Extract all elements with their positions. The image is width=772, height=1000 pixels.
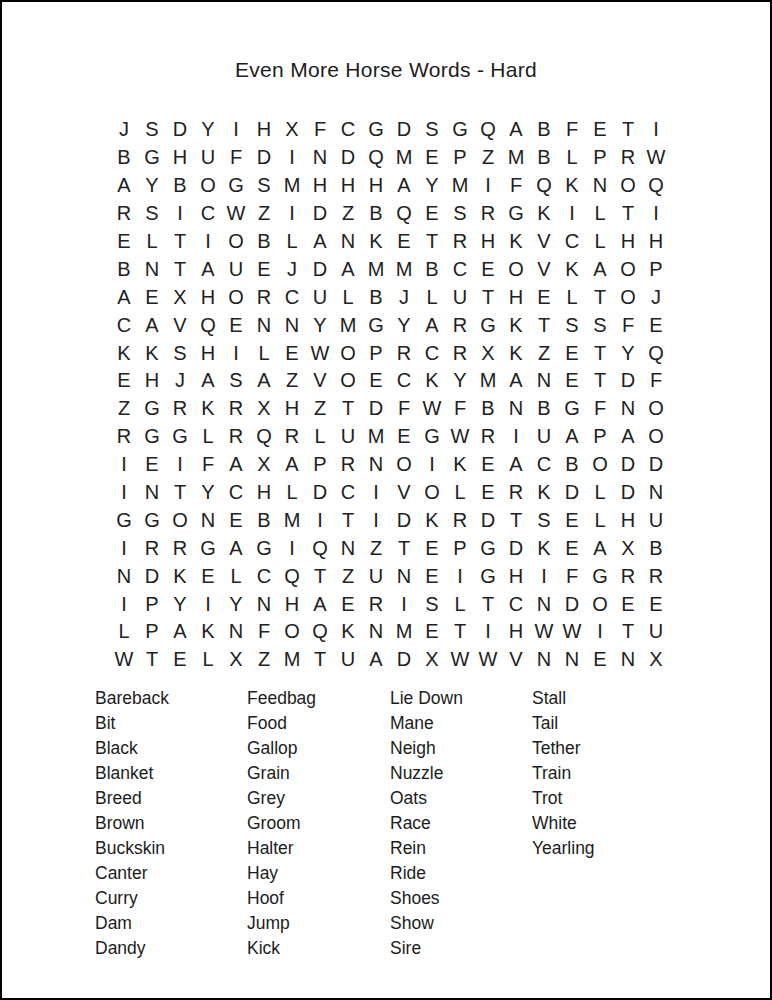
grid-cell: U: [642, 618, 670, 646]
grid-cell: U: [306, 283, 334, 311]
grid-cell: N: [138, 479, 166, 507]
grid-cell: X: [166, 283, 194, 311]
grid-cell: N: [278, 311, 306, 339]
grid-cell: M: [334, 311, 362, 339]
grid-cell: I: [362, 506, 390, 534]
grid-cell: I: [502, 423, 530, 451]
grid-cell: I: [586, 618, 614, 646]
grid-cell: U: [194, 144, 222, 172]
grid-cell: I: [474, 618, 502, 646]
grid-cell: O: [166, 506, 194, 534]
grid-cell: A: [502, 451, 530, 479]
grid-cell: G: [362, 116, 390, 144]
grid-cell: E: [586, 646, 614, 674]
grid-cell: L: [306, 423, 334, 451]
grid-cell: A: [110, 283, 138, 311]
grid-cell: B: [362, 283, 390, 311]
grid-cell: H: [502, 562, 530, 590]
grid-cell: Y: [614, 339, 642, 367]
grid-cell: P: [446, 144, 474, 172]
grid-cell: G: [362, 311, 390, 339]
grid-cell: I: [306, 506, 334, 534]
grid-cell: R: [222, 395, 250, 423]
grid-cell: N: [138, 255, 166, 283]
grid-cell: E: [334, 590, 362, 618]
grid-cell: A: [362, 646, 390, 674]
grid-cell: T: [474, 590, 502, 618]
grid-cell: S: [418, 116, 446, 144]
grid-cell: T: [306, 562, 334, 590]
grid-cell: P: [306, 451, 334, 479]
grid-cell: K: [138, 339, 166, 367]
grid-cell: H: [250, 479, 278, 507]
grid-cell: C: [334, 479, 362, 507]
grid-cell: H: [250, 116, 278, 144]
grid-cell: O: [334, 339, 362, 367]
grid-cell: A: [306, 228, 334, 256]
grid-cell: I: [418, 451, 446, 479]
grid-cell: R: [446, 228, 474, 256]
grid-cell: R: [222, 423, 250, 451]
grid-cell: A: [166, 618, 194, 646]
grid-cell: G: [110, 506, 138, 534]
grid-cell: T: [418, 228, 446, 256]
grid-cell: L: [278, 479, 306, 507]
word-list-item: Grain: [247, 761, 316, 786]
grid-cell: B: [474, 395, 502, 423]
grid-cell: R: [110, 200, 138, 228]
grid-cell: L: [446, 479, 474, 507]
grid-cell: E: [222, 506, 250, 534]
grid-cell: Y: [194, 479, 222, 507]
grid-cell: E: [390, 423, 418, 451]
grid-cell: R: [390, 339, 418, 367]
grid-cell: N: [306, 144, 334, 172]
word-list-item: Ride: [390, 861, 463, 886]
grid-cell: B: [418, 255, 446, 283]
grid-cell: P: [362, 339, 390, 367]
grid-cell: G: [558, 395, 586, 423]
grid-cell: H: [502, 618, 530, 646]
grid-cell: O: [194, 172, 222, 200]
word-list-item: Tail: [532, 711, 595, 736]
grid-cell: Z: [110, 395, 138, 423]
grid-cell: M: [390, 618, 418, 646]
grid-cell: D: [614, 479, 642, 507]
grid-cell: R: [474, 423, 502, 451]
grid-cell: T: [474, 283, 502, 311]
grid-cell: E: [530, 283, 558, 311]
grid-cell: K: [194, 395, 222, 423]
grid-cell: E: [558, 534, 586, 562]
grid-cell: Y: [418, 172, 446, 200]
grid-cell: K: [418, 367, 446, 395]
grid-cell: N: [334, 228, 362, 256]
grid-cell: I: [110, 590, 138, 618]
grid-cell: N: [250, 311, 278, 339]
grid-cell: I: [166, 451, 194, 479]
grid-cell: N: [586, 172, 614, 200]
grid-cell: I: [194, 228, 222, 256]
grid-cell: I: [278, 200, 306, 228]
grid-cell: W: [418, 395, 446, 423]
grid-cell: C: [558, 228, 586, 256]
grid-cell: E: [138, 451, 166, 479]
grid-cell: P: [138, 590, 166, 618]
grid-cell: C: [278, 283, 306, 311]
grid-cell: Y: [306, 311, 334, 339]
grid-cell: A: [418, 311, 446, 339]
word-list-item: Black: [95, 736, 169, 761]
grid-cell: V: [530, 255, 558, 283]
grid-cell: X: [222, 646, 250, 674]
grid-cell: T: [586, 339, 614, 367]
grid-cell: J: [166, 367, 194, 395]
grid-cell: X: [278, 116, 306, 144]
grid-cell: X: [642, 646, 670, 674]
grid-cell: G: [138, 423, 166, 451]
grid-cell: O: [614, 255, 642, 283]
grid-cell: R: [110, 423, 138, 451]
grid-cell: I: [278, 144, 306, 172]
grid-cell: G: [166, 423, 194, 451]
word-list-item: Train: [532, 761, 595, 786]
grid-cell: D: [614, 451, 642, 479]
grid-cell: V: [306, 367, 334, 395]
grid-cell: W: [446, 423, 474, 451]
grid-cell: G: [222, 172, 250, 200]
grid-cell: R: [614, 562, 642, 590]
word-list-column-2: FeedbagFoodGallopGrainGreyGroomHalterHay…: [247, 686, 316, 960]
grid-cell: U: [642, 506, 670, 534]
grid-cell: J: [642, 283, 670, 311]
grid-cell: Y: [390, 311, 418, 339]
grid-cell: A: [614, 423, 642, 451]
grid-cell: G: [250, 534, 278, 562]
grid-cell: E: [558, 339, 586, 367]
word-list-item: Jump: [247, 911, 316, 936]
grid-cell: W: [446, 646, 474, 674]
grid-cell: H: [306, 172, 334, 200]
grid-cell: D: [362, 395, 390, 423]
grid-cell: K: [502, 339, 530, 367]
grid-cell: Z: [278, 367, 306, 395]
grid-cell: A: [222, 534, 250, 562]
grid-cell: X: [250, 395, 278, 423]
grid-cell: K: [166, 562, 194, 590]
grid-cell: R: [334, 451, 362, 479]
grid-cell: K: [110, 339, 138, 367]
grid-cell: L: [558, 283, 586, 311]
grid-cell: A: [194, 367, 222, 395]
grid-cell: O: [278, 618, 306, 646]
grid-cell: M: [390, 144, 418, 172]
grid-cell: H: [502, 283, 530, 311]
grid-cell: A: [502, 367, 530, 395]
grid-cell: D: [166, 116, 194, 144]
grid-cell: N: [502, 395, 530, 423]
grid-cell: N: [642, 479, 670, 507]
grid-cell: E: [110, 228, 138, 256]
grid-cell: M: [278, 646, 306, 674]
grid-cell: O: [334, 367, 362, 395]
grid-cell: P: [642, 255, 670, 283]
word-list-item: Hay: [247, 861, 316, 886]
grid-cell: A: [278, 451, 306, 479]
grid-cell: T: [614, 200, 642, 228]
grid-cell: M: [474, 367, 502, 395]
grid-cell: D: [334, 144, 362, 172]
grid-cell: G: [138, 144, 166, 172]
grid-cell: E: [474, 479, 502, 507]
grid-cell: E: [586, 116, 614, 144]
grid-cell: P: [586, 144, 614, 172]
grid-cell: E: [474, 255, 502, 283]
grid-cell: E: [110, 367, 138, 395]
word-list-item: Dam: [95, 911, 169, 936]
grid-cell: R: [446, 339, 474, 367]
word-list-item: Blanket: [95, 761, 169, 786]
grid-cell: C: [418, 339, 446, 367]
grid-cell: O: [642, 395, 670, 423]
grid-cell: Z: [530, 339, 558, 367]
grid-cell: D: [306, 200, 334, 228]
grid-cell: N: [530, 646, 558, 674]
grid-cell: B: [530, 395, 558, 423]
grid-cell: D: [642, 451, 670, 479]
grid-cell: J: [278, 255, 306, 283]
word-list-item: Kick: [247, 936, 316, 961]
grid-cell: K: [530, 479, 558, 507]
word-list-item: Hoof: [247, 886, 316, 911]
grid-cell: L: [138, 228, 166, 256]
grid-cell: L: [558, 144, 586, 172]
grid-cell: U: [334, 646, 362, 674]
grid-cell: D: [558, 479, 586, 507]
grid-cell: X: [474, 339, 502, 367]
grid-cell: B: [530, 116, 558, 144]
grid-cell: J: [110, 116, 138, 144]
grid-cell: S: [558, 311, 586, 339]
grid-cell: W: [306, 339, 334, 367]
grid-cell: M: [278, 506, 306, 534]
grid-cell: T: [334, 395, 362, 423]
word-list-column-1: BarebackBitBlackBlanketBreedBrownBuckski…: [95, 686, 169, 960]
grid-cell: T: [614, 116, 642, 144]
grid-cell: P: [138, 618, 166, 646]
grid-cell: W: [642, 144, 670, 172]
grid-cell: D: [250, 144, 278, 172]
grid-cell: S: [418, 590, 446, 618]
grid-cell: C: [390, 367, 418, 395]
grid-cell: R: [138, 534, 166, 562]
word-list-item: Grey: [247, 786, 316, 811]
grid-cell: S: [446, 200, 474, 228]
grid-cell: C: [194, 200, 222, 228]
grid-cell: E: [418, 618, 446, 646]
grid-cell: D: [502, 534, 530, 562]
grid-cell: L: [446, 590, 474, 618]
grid-cell: G: [474, 534, 502, 562]
grid-cell: I: [558, 200, 586, 228]
word-list-item: Rein: [390, 836, 463, 861]
grid-cell: M: [278, 172, 306, 200]
grid-cell: G: [586, 562, 614, 590]
grid-cell: M: [362, 255, 390, 283]
word-list-item: Race: [390, 811, 463, 836]
grid-cell: Q: [306, 618, 334, 646]
grid-cell: Q: [642, 339, 670, 367]
grid-cell: H: [362, 172, 390, 200]
grid-cell: P: [446, 534, 474, 562]
grid-cell: D: [306, 479, 334, 507]
grid-cell: T: [390, 534, 418, 562]
grid-cell: D: [390, 646, 418, 674]
word-list-item: Feedbag: [247, 686, 316, 711]
grid-cell: R: [250, 283, 278, 311]
grid-cell: A: [390, 172, 418, 200]
grid-cell: C: [110, 311, 138, 339]
grid-cell: D: [390, 506, 418, 534]
grid-cell: N: [110, 562, 138, 590]
grid-cell: U: [530, 423, 558, 451]
grid-cell: T: [138, 646, 166, 674]
grid-cell: B: [362, 200, 390, 228]
grid-cell: L: [334, 283, 362, 311]
grid-cell: H: [642, 228, 670, 256]
grid-cell: Q: [278, 562, 306, 590]
grid-cell: Z: [250, 646, 278, 674]
grid-cell: E: [138, 283, 166, 311]
word-list-column-4: StallTailTetherTrainTrotWhiteYearling: [532, 686, 595, 861]
grid-cell: N: [530, 590, 558, 618]
word-list-item: Bit: [95, 711, 169, 736]
grid-cell: B: [250, 228, 278, 256]
grid-cell: A: [586, 255, 614, 283]
grid-cell: V: [502, 646, 530, 674]
grid-cell: L: [110, 618, 138, 646]
word-list-item: Food: [247, 711, 316, 736]
grid-cell: X: [250, 451, 278, 479]
grid-cell: N: [614, 395, 642, 423]
grid-cell: E: [418, 144, 446, 172]
grid-cell: I: [222, 339, 250, 367]
grid-cell: I: [110, 479, 138, 507]
grid-cell: K: [334, 618, 362, 646]
grid-cell: E: [250, 255, 278, 283]
grid-cell: A: [194, 255, 222, 283]
grid-cell: D: [614, 367, 642, 395]
grid-cell: O: [586, 451, 614, 479]
grid-cell: R: [166, 395, 194, 423]
grid-cell: A: [334, 255, 362, 283]
grid-cell: N: [390, 562, 418, 590]
grid-cell: K: [558, 172, 586, 200]
word-list-item: Neigh: [390, 736, 463, 761]
grid-cell: R: [614, 144, 642, 172]
grid-cell: F: [558, 116, 586, 144]
grid-cell: O: [418, 479, 446, 507]
grid-cell: I: [110, 451, 138, 479]
grid-cell: A: [586, 534, 614, 562]
grid-cell: Y: [138, 172, 166, 200]
grid-cell: O: [390, 451, 418, 479]
grid-cell: K: [194, 618, 222, 646]
grid-cell: I: [474, 172, 502, 200]
grid-cell: O: [222, 283, 250, 311]
grid-cell: O: [642, 423, 670, 451]
grid-cell: A: [138, 311, 166, 339]
grid-cell: T: [166, 255, 194, 283]
grid-cell: Q: [642, 172, 670, 200]
grid-cell: E: [362, 367, 390, 395]
grid-cell: J: [390, 283, 418, 311]
grid-cell: K: [530, 534, 558, 562]
grid-cell: G: [418, 423, 446, 451]
grid-cell: U: [222, 255, 250, 283]
grid-cell: Q: [306, 534, 334, 562]
grid-cell: E: [194, 562, 222, 590]
grid-cell: S: [138, 116, 166, 144]
grid-cell: E: [642, 311, 670, 339]
grid-cell: S: [222, 367, 250, 395]
grid-cell: E: [418, 562, 446, 590]
grid-cell: Z: [306, 395, 334, 423]
grid-cell: N: [362, 451, 390, 479]
grid-cell: T: [446, 618, 474, 646]
word-list-item: Breed: [95, 786, 169, 811]
grid-cell: Y: [194, 116, 222, 144]
grid-cell: H: [474, 228, 502, 256]
grid-cell: U: [334, 423, 362, 451]
grid-cell: K: [502, 311, 530, 339]
grid-cell: O: [502, 255, 530, 283]
grid-cell: M: [446, 172, 474, 200]
grid-cell: E: [418, 200, 446, 228]
grid-cell: W: [474, 646, 502, 674]
grid-cell: N: [250, 590, 278, 618]
grid-cell: K: [502, 228, 530, 256]
grid-cell: Y: [446, 367, 474, 395]
word-list-item: Groom: [247, 811, 316, 836]
grid-cell: T: [306, 646, 334, 674]
grid-cell: W: [110, 646, 138, 674]
grid-cell: F: [614, 311, 642, 339]
grid-cell: C: [222, 479, 250, 507]
grid-cell: F: [306, 116, 334, 144]
grid-cell: B: [558, 451, 586, 479]
word-list-item: Show: [390, 911, 463, 936]
grid-cell: Q: [530, 172, 558, 200]
grid-cell: K: [558, 255, 586, 283]
grid-cell: V: [390, 479, 418, 507]
grid-cell: E: [222, 311, 250, 339]
grid-cell: Z: [250, 200, 278, 228]
grid-cell: W: [558, 618, 586, 646]
grid-cell: K: [418, 506, 446, 534]
grid-cell: C: [446, 255, 474, 283]
grid-cell: E: [166, 646, 194, 674]
grid-cell: L: [586, 228, 614, 256]
grid-cell: Y: [166, 590, 194, 618]
grid-cell: F: [222, 144, 250, 172]
grid-cell: G: [474, 311, 502, 339]
grid-cell: Z: [334, 562, 362, 590]
grid-cell: G: [138, 506, 166, 534]
grid-cell: E: [278, 339, 306, 367]
word-list-item: Brown: [95, 811, 169, 836]
grid-cell: A: [502, 116, 530, 144]
